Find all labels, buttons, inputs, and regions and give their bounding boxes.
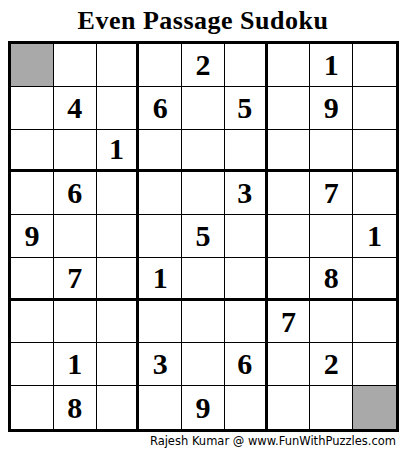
cell-r2c7[interactable] (268, 87, 311, 130)
cell-r4c4[interactable] (139, 172, 182, 215)
cell-r4c9[interactable] (353, 172, 396, 215)
cell-r2c2: 4 (54, 87, 97, 130)
cell-r1c7[interactable] (268, 44, 311, 87)
cell-r7c3[interactable] (97, 301, 140, 344)
cell-r3c7[interactable] (268, 130, 311, 173)
cell-r5c4[interactable] (139, 215, 182, 258)
cell-r3c1[interactable] (11, 130, 54, 173)
cell-r1c5: 2 (182, 44, 225, 87)
cell-r9c9[interactable] (353, 386, 396, 429)
cell-r6c3[interactable] (97, 258, 140, 301)
cell-r9c1[interactable] (11, 386, 54, 429)
cell-r8c2: 1 (54, 343, 97, 386)
cell-r4c8: 7 (310, 172, 353, 215)
cell-r4c6: 3 (225, 172, 268, 215)
cell-r9c2: 8 (54, 386, 97, 429)
cell-r8c5[interactable] (182, 343, 225, 386)
cell-r4c1[interactable] (11, 172, 54, 215)
cell-r7c2[interactable] (54, 301, 97, 344)
cell-r7c5[interactable] (182, 301, 225, 344)
cell-r9c3[interactable] (97, 386, 140, 429)
cell-r7c4[interactable] (139, 301, 182, 344)
cell-r3c2[interactable] (54, 130, 97, 173)
cell-r7c7: 7 (268, 301, 311, 344)
cell-r6c7[interactable] (268, 258, 311, 301)
cell-r5c3[interactable] (97, 215, 140, 258)
cell-r5c7[interactable] (268, 215, 311, 258)
cell-r4c3[interactable] (97, 172, 140, 215)
cell-r5c8[interactable] (310, 215, 353, 258)
cell-r2c9[interactable] (353, 87, 396, 130)
cell-r1c8: 1 (310, 44, 353, 87)
cell-r8c7[interactable] (268, 343, 311, 386)
cell-r5c5: 5 (182, 215, 225, 258)
cell-r2c6: 5 (225, 87, 268, 130)
cell-r7c1[interactable] (11, 301, 54, 344)
cell-r3c8[interactable] (310, 130, 353, 173)
cell-r8c1[interactable] (11, 343, 54, 386)
credit-text: Rajesh Kumar @ www.FunWithPuzzles.com (6, 434, 396, 448)
cell-r6c4: 1 (139, 258, 182, 301)
cell-r8c4: 3 (139, 343, 182, 386)
page-title: Even Passage Sudoku (0, 0, 406, 36)
cell-r2c3[interactable] (97, 87, 140, 130)
cell-r3c6[interactable] (225, 130, 268, 173)
cell-r1c3[interactable] (97, 44, 140, 87)
cell-r6c2: 7 (54, 258, 97, 301)
cell-r1c4[interactable] (139, 44, 182, 87)
cell-r1c9[interactable] (353, 44, 396, 87)
cell-r8c6: 6 (225, 343, 268, 386)
cell-r1c6[interactable] (225, 44, 268, 87)
cell-r4c7[interactable] (268, 172, 311, 215)
sudoku-grid: 21465916379517187136289 (8, 41, 399, 432)
cell-r4c5[interactable] (182, 172, 225, 215)
cell-r6c1[interactable] (11, 258, 54, 301)
cell-r7c6[interactable] (225, 301, 268, 344)
cell-r2c4: 6 (139, 87, 182, 130)
cell-r9c7[interactable] (268, 386, 311, 429)
cell-r8c8: 2 (310, 343, 353, 386)
cell-r2c8: 9 (310, 87, 353, 130)
cell-r9c8[interactable] (310, 386, 353, 429)
cell-r8c9[interactable] (353, 343, 396, 386)
cell-r6c9[interactable] (353, 258, 396, 301)
cell-r9c4[interactable] (139, 386, 182, 429)
cell-r8c3[interactable] (97, 343, 140, 386)
cell-r5c6[interactable] (225, 215, 268, 258)
cell-r7c8[interactable] (310, 301, 353, 344)
cell-r9c5: 9 (182, 386, 225, 429)
cell-r7c9[interactable] (353, 301, 396, 344)
cell-r1c2[interactable] (54, 44, 97, 87)
cell-r6c5[interactable] (182, 258, 225, 301)
cell-r3c5[interactable] (182, 130, 225, 173)
cell-r5c1: 9 (11, 215, 54, 258)
cell-r2c5[interactable] (182, 87, 225, 130)
cell-r6c8: 8 (310, 258, 353, 301)
cell-r9c6[interactable] (225, 386, 268, 429)
cell-r2c1[interactable] (11, 87, 54, 130)
cell-r5c2[interactable] (54, 215, 97, 258)
cell-r3c3: 1 (97, 130, 140, 173)
cell-r5c9: 1 (353, 215, 396, 258)
cell-r6c6[interactable] (225, 258, 268, 301)
cell-r3c4[interactable] (139, 130, 182, 173)
cell-r1c1[interactable] (11, 44, 54, 87)
cell-r3c9[interactable] (353, 130, 396, 173)
cell-r4c2: 6 (54, 172, 97, 215)
